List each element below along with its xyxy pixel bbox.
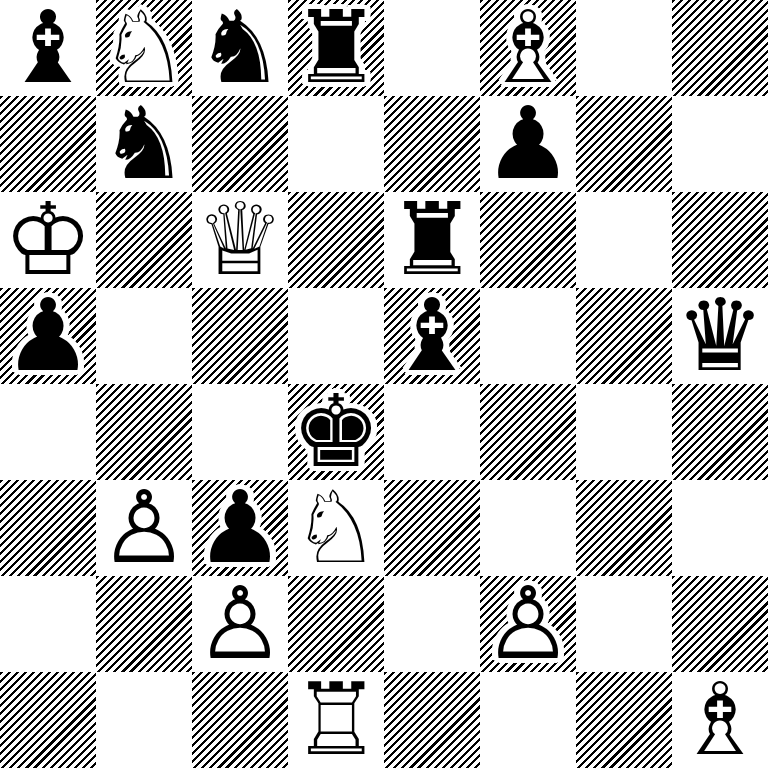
piece-halo: ♝ [0, 0, 96, 96]
chess-board: ♝♝♞♘♞♞♜♜♝♗♞♞♟︎♟︎♚♔♛♕♜♜♟︎♟︎♝♝♛♛♚♚♟︎♙︎♟︎♟︎… [0, 0, 768, 768]
black-pawn-piece: ♟︎ [0, 288, 96, 384]
square-h6[interactable] [672, 192, 768, 288]
square-g6[interactable] [576, 192, 672, 288]
square-c2[interactable]: ♟︎♙︎ [192, 576, 288, 672]
square-h5[interactable]: ♛♛ [672, 288, 768, 384]
square-f7[interactable]: ♟︎♟︎ [480, 96, 576, 192]
square-f6[interactable] [480, 192, 576, 288]
black-pawn-piece: ♟︎ [192, 480, 288, 576]
piece-halo: ♟︎ [480, 96, 576, 192]
square-b5[interactable] [96, 288, 192, 384]
square-h8[interactable] [672, 0, 768, 96]
square-d1[interactable]: ♜♖ [288, 672, 384, 768]
square-b7[interactable]: ♞♞ [96, 96, 192, 192]
black-king-piece: ♚ [288, 384, 384, 480]
black-rook-piece: ♜ [288, 0, 384, 96]
white-queen-piece: ♕ [192, 192, 288, 288]
square-c3[interactable]: ♟︎♟︎ [192, 480, 288, 576]
square-e2[interactable] [384, 576, 480, 672]
black-bishop-piece: ♝ [384, 288, 480, 384]
black-knight-piece: ♞ [96, 96, 192, 192]
square-b2[interactable] [96, 576, 192, 672]
square-a2[interactable] [0, 576, 96, 672]
black-bishop-piece: ♝ [0, 0, 96, 96]
black-queen-piece: ♛ [672, 288, 768, 384]
square-g3[interactable] [576, 480, 672, 576]
white-knight-piece: ♘ [96, 0, 192, 96]
square-e1[interactable] [384, 672, 480, 768]
square-e8[interactable] [384, 0, 480, 96]
square-f1[interactable] [480, 672, 576, 768]
square-a8[interactable]: ♝♝ [0, 0, 96, 96]
white-king-piece: ♔ [0, 192, 96, 288]
square-g1[interactable] [576, 672, 672, 768]
square-a7[interactable] [0, 96, 96, 192]
square-g8[interactable] [576, 0, 672, 96]
square-e6[interactable]: ♜♜ [384, 192, 480, 288]
square-a5[interactable]: ♟︎♟︎ [0, 288, 96, 384]
square-h2[interactable] [672, 576, 768, 672]
piece-halo: ♚ [288, 384, 384, 480]
square-c1[interactable] [192, 672, 288, 768]
square-c8[interactable]: ♞♞ [192, 0, 288, 96]
square-g2[interactable] [576, 576, 672, 672]
square-g5[interactable] [576, 288, 672, 384]
piece-halo: ♟︎ [0, 288, 96, 384]
square-e7[interactable] [384, 96, 480, 192]
square-c6[interactable]: ♛♕ [192, 192, 288, 288]
square-e5[interactable]: ♝♝ [384, 288, 480, 384]
square-f5[interactable] [480, 288, 576, 384]
square-b1[interactable] [96, 672, 192, 768]
square-f3[interactable] [480, 480, 576, 576]
square-f2[interactable]: ♟︎♙︎ [480, 576, 576, 672]
black-knight-piece: ♞ [192, 0, 288, 96]
square-h1[interactable]: ♝♗ [672, 672, 768, 768]
piece-halo: ♜ [384, 192, 480, 288]
piece-halo: ♟︎ [480, 576, 576, 672]
piece-halo: ♞ [192, 0, 288, 96]
white-bishop-piece: ♗ [672, 672, 768, 768]
square-d4[interactable]: ♚♚ [288, 384, 384, 480]
square-h7[interactable] [672, 96, 768, 192]
piece-halo: ♝ [480, 0, 576, 96]
square-g4[interactable] [576, 384, 672, 480]
square-d3[interactable]: ♞♘ [288, 480, 384, 576]
white-pawn-piece: ♙︎ [192, 576, 288, 672]
piece-halo: ♛ [672, 288, 768, 384]
piece-halo: ♜ [288, 0, 384, 96]
piece-halo: ♟︎ [192, 480, 288, 576]
square-e4[interactable] [384, 384, 480, 480]
square-d8[interactable]: ♜♜ [288, 0, 384, 96]
square-b3[interactable]: ♟︎♙︎ [96, 480, 192, 576]
square-a4[interactable] [0, 384, 96, 480]
square-d7[interactable] [288, 96, 384, 192]
piece-halo: ♟︎ [96, 480, 192, 576]
square-b4[interactable] [96, 384, 192, 480]
square-g7[interactable] [576, 96, 672, 192]
square-b6[interactable] [96, 192, 192, 288]
square-b8[interactable]: ♞♘ [96, 0, 192, 96]
white-pawn-piece: ♙︎ [480, 576, 576, 672]
piece-halo: ♜ [288, 672, 384, 768]
piece-halo: ♞ [96, 0, 192, 96]
piece-halo: ♝ [672, 672, 768, 768]
white-bishop-piece: ♗ [480, 0, 576, 96]
square-a6[interactable]: ♚♔ [0, 192, 96, 288]
piece-halo: ♞ [96, 96, 192, 192]
white-pawn-piece: ♙︎ [96, 480, 192, 576]
square-a3[interactable] [0, 480, 96, 576]
black-pawn-piece: ♟︎ [480, 96, 576, 192]
black-rook-piece: ♜ [384, 192, 480, 288]
square-f8[interactable]: ♝♗ [480, 0, 576, 96]
white-knight-piece: ♘ [288, 480, 384, 576]
piece-halo: ♝ [384, 288, 480, 384]
square-h3[interactable] [672, 480, 768, 576]
piece-halo: ♞ [288, 480, 384, 576]
square-c7[interactable] [192, 96, 288, 192]
square-c4[interactable] [192, 384, 288, 480]
square-d5[interactable] [288, 288, 384, 384]
square-f4[interactable] [480, 384, 576, 480]
square-d2[interactable] [288, 576, 384, 672]
square-d6[interactable] [288, 192, 384, 288]
white-rook-piece: ♖ [288, 672, 384, 768]
piece-halo: ♛ [192, 192, 288, 288]
square-c5[interactable] [192, 288, 288, 384]
piece-halo: ♚ [0, 192, 96, 288]
piece-halo: ♟︎ [192, 576, 288, 672]
square-a1[interactable] [0, 672, 96, 768]
square-h4[interactable] [672, 384, 768, 480]
square-e3[interactable] [384, 480, 480, 576]
